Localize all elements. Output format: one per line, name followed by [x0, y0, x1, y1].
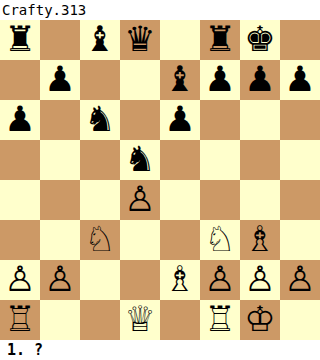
square-e7[interactable]: ♝ [160, 60, 200, 100]
white-pawn[interactable]: ♙ [284, 260, 315, 299]
square-a2[interactable]: ♙ [0, 260, 40, 300]
square-h7[interactable]: ♟ [280, 60, 320, 100]
square-c2[interactable] [80, 260, 120, 300]
square-c1[interactable] [80, 300, 120, 340]
square-c7[interactable] [80, 60, 120, 100]
white-pawn[interactable]: ♙ [244, 260, 275, 299]
status-bar: 1. ? [0, 340, 320, 360]
white-bishop[interactable]: ♗ [244, 220, 275, 259]
square-b6[interactable] [40, 100, 80, 140]
square-a4[interactable] [0, 180, 40, 220]
square-g5[interactable] [240, 140, 280, 180]
square-e3[interactable] [160, 220, 200, 260]
square-f5[interactable] [200, 140, 240, 180]
white-rook[interactable]: ♖ [4, 300, 35, 339]
square-b3[interactable] [40, 220, 80, 260]
black-pawn[interactable]: ♟ [244, 60, 275, 99]
square-d6[interactable] [120, 100, 160, 140]
square-f7[interactable]: ♟ [200, 60, 240, 100]
square-a8[interactable]: ♜ [0, 20, 40, 60]
square-b4[interactable] [40, 180, 80, 220]
square-g8[interactable]: ♚ [240, 20, 280, 60]
square-h3[interactable] [280, 220, 320, 260]
square-e4[interactable] [160, 180, 200, 220]
square-a6[interactable]: ♟ [0, 100, 40, 140]
square-g6[interactable] [240, 100, 280, 140]
black-knight[interactable]: ♞ [84, 100, 115, 139]
window-titlebar: Crafty.313 [0, 0, 320, 20]
square-e1[interactable] [160, 300, 200, 340]
square-h6[interactable] [280, 100, 320, 140]
square-g2[interactable]: ♙ [240, 260, 280, 300]
square-a7[interactable] [0, 60, 40, 100]
square-g4[interactable] [240, 180, 280, 220]
square-c3[interactable]: ♘ [80, 220, 120, 260]
square-f1[interactable]: ♖ [200, 300, 240, 340]
square-b1[interactable] [40, 300, 80, 340]
square-h8[interactable] [280, 20, 320, 60]
square-b7[interactable]: ♟ [40, 60, 80, 100]
square-c6[interactable]: ♞ [80, 100, 120, 140]
move-prompt: 1. ? [0, 341, 43, 359]
window-title: Crafty.313 [0, 2, 86, 18]
square-c5[interactable] [80, 140, 120, 180]
black-queen[interactable]: ♛ [124, 20, 155, 59]
black-rook[interactable]: ♜ [4, 20, 35, 59]
square-b8[interactable] [40, 20, 80, 60]
chess-board: ♜♝♛♜♚♟♝♟♟♟♟♞♟♞♙♘♘♗♙♙♗♙♙♙♖♕♖♔ [0, 20, 320, 340]
black-king[interactable]: ♚ [244, 20, 275, 59]
square-d2[interactable] [120, 260, 160, 300]
square-e6[interactable]: ♟ [160, 100, 200, 140]
square-h1[interactable] [280, 300, 320, 340]
white-pawn[interactable]: ♙ [44, 260, 75, 299]
black-pawn[interactable]: ♟ [164, 100, 195, 139]
square-a3[interactable] [0, 220, 40, 260]
square-e5[interactable] [160, 140, 200, 180]
black-pawn[interactable]: ♟ [4, 100, 35, 139]
square-a5[interactable] [0, 140, 40, 180]
white-queen[interactable]: ♕ [124, 300, 155, 339]
square-g7[interactable]: ♟ [240, 60, 280, 100]
square-g1[interactable]: ♔ [240, 300, 280, 340]
white-knight[interactable]: ♘ [84, 220, 115, 259]
square-b2[interactable]: ♙ [40, 260, 80, 300]
square-c8[interactable]: ♝ [80, 20, 120, 60]
square-f8[interactable]: ♜ [200, 20, 240, 60]
square-d8[interactable]: ♛ [120, 20, 160, 60]
square-d1[interactable]: ♕ [120, 300, 160, 340]
square-b5[interactable] [40, 140, 80, 180]
square-e8[interactable] [160, 20, 200, 60]
black-pawn[interactable]: ♟ [204, 60, 235, 99]
square-d7[interactable] [120, 60, 160, 100]
square-h5[interactable] [280, 140, 320, 180]
square-d3[interactable] [120, 220, 160, 260]
black-knight[interactable]: ♞ [124, 140, 155, 179]
square-c4[interactable] [80, 180, 120, 220]
white-pawn[interactable]: ♙ [124, 180, 155, 219]
white-knight[interactable]: ♘ [204, 220, 235, 259]
black-pawn[interactable]: ♟ [44, 60, 75, 99]
white-pawn[interactable]: ♙ [4, 260, 35, 299]
square-d5[interactable]: ♞ [120, 140, 160, 180]
white-king[interactable]: ♔ [244, 300, 275, 339]
square-h4[interactable] [280, 180, 320, 220]
white-rook[interactable]: ♖ [204, 300, 235, 339]
square-a1[interactable]: ♖ [0, 300, 40, 340]
square-f4[interactable] [200, 180, 240, 220]
square-h2[interactable]: ♙ [280, 260, 320, 300]
black-bishop[interactable]: ♝ [164, 60, 195, 99]
black-bishop[interactable]: ♝ [84, 20, 115, 59]
black-rook[interactable]: ♜ [204, 20, 235, 59]
square-d4[interactable]: ♙ [120, 180, 160, 220]
black-pawn[interactable]: ♟ [284, 60, 315, 99]
white-bishop[interactable]: ♗ [164, 260, 195, 299]
square-e2[interactable]: ♗ [160, 260, 200, 300]
square-f2[interactable]: ♙ [200, 260, 240, 300]
square-g3[interactable]: ♗ [240, 220, 280, 260]
white-pawn[interactable]: ♙ [204, 260, 235, 299]
square-f6[interactable] [200, 100, 240, 140]
square-f3[interactable]: ♘ [200, 220, 240, 260]
